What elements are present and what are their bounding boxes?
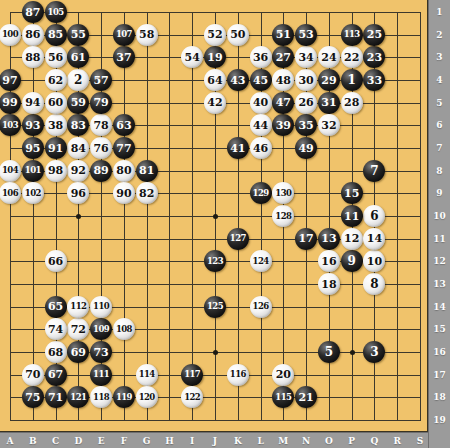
stone-24-white: 24 xyxy=(318,46,340,68)
move-number: 40 xyxy=(253,97,268,108)
stone-96-white: 96 xyxy=(67,182,89,204)
stone-29-black: 29 xyxy=(318,69,340,91)
row-labels-bar: 12345678910111213141516171819 xyxy=(428,0,450,448)
stone-34-white: 34 xyxy=(295,46,317,68)
stone-66-white: 66 xyxy=(45,250,67,272)
column-label-O: O xyxy=(322,436,336,446)
row-label-12: 12 xyxy=(429,256,450,266)
move-number: 86 xyxy=(25,29,40,40)
stone-108-white: 108 xyxy=(113,318,135,340)
move-number: 51 xyxy=(276,29,291,40)
stone-105-black: 105 xyxy=(45,1,67,23)
move-number: 48 xyxy=(276,74,291,85)
move-number: 90 xyxy=(116,187,131,198)
grid-line-vertical xyxy=(420,12,421,421)
stone-56-white: 56 xyxy=(45,46,67,68)
move-number: 41 xyxy=(230,142,245,153)
move-number: 78 xyxy=(93,119,108,130)
stone-113-black: 113 xyxy=(341,24,363,46)
move-number: 64 xyxy=(207,74,222,85)
stone-95-black: 95 xyxy=(22,137,44,159)
move-number: 45 xyxy=(253,74,268,85)
stone-118-white: 118 xyxy=(90,386,112,408)
grid-line-horizontal xyxy=(10,375,421,376)
stone-65-black: 65 xyxy=(45,296,67,318)
move-number: 117 xyxy=(184,370,200,379)
stone-114-white: 114 xyxy=(136,364,158,386)
stone-69-black: 69 xyxy=(67,341,89,363)
move-number: 118 xyxy=(93,393,109,402)
column-label-N: N xyxy=(299,436,313,446)
move-number: 88 xyxy=(25,51,40,62)
move-number: 111 xyxy=(93,370,109,379)
move-number: 42 xyxy=(207,97,222,108)
go-board[interactable]: 1235678910111213141516171819202122232425… xyxy=(0,0,428,432)
move-number: 37 xyxy=(116,51,131,62)
stone-115-black: 115 xyxy=(272,386,294,408)
stone-16-white: 16 xyxy=(318,250,340,272)
move-number: 5 xyxy=(325,346,333,358)
stone-61-black: 61 xyxy=(67,46,89,68)
move-number: 100 xyxy=(2,30,18,39)
move-number: 32 xyxy=(321,119,336,130)
move-number: 19 xyxy=(207,51,222,62)
stone-68-white: 68 xyxy=(45,341,67,363)
move-number: 59 xyxy=(71,97,86,108)
stone-106-white: 106 xyxy=(0,182,21,204)
move-number: 9 xyxy=(348,255,356,267)
move-number: 14 xyxy=(367,233,382,244)
row-label-13: 13 xyxy=(429,279,450,289)
stone-42-white: 42 xyxy=(204,92,226,114)
move-number: 33 xyxy=(367,74,382,85)
move-number: 71 xyxy=(48,391,63,402)
star-point-J16 xyxy=(213,350,218,355)
stone-36-white: 36 xyxy=(250,46,272,68)
stone-67-black: 67 xyxy=(45,364,67,386)
move-number: 77 xyxy=(116,142,131,153)
move-number: 21 xyxy=(298,391,313,402)
stone-103-black: 103 xyxy=(0,114,21,136)
stone-50-white: 50 xyxy=(227,24,249,46)
move-number: 68 xyxy=(48,346,63,357)
move-number: 106 xyxy=(2,189,18,198)
move-number: 96 xyxy=(71,187,86,198)
stone-120-white: 120 xyxy=(136,386,158,408)
row-label-4: 4 xyxy=(429,75,450,85)
move-number: 1 xyxy=(348,74,356,86)
stone-30-white: 30 xyxy=(295,69,317,91)
move-number: 44 xyxy=(253,119,268,130)
stone-45-black: 45 xyxy=(250,69,272,91)
column-label-G: G xyxy=(140,436,154,446)
move-number: 80 xyxy=(116,165,131,176)
row-label-7: 7 xyxy=(429,143,450,153)
stone-89-black: 89 xyxy=(90,160,112,182)
move-number: 105 xyxy=(48,7,64,16)
move-number: 12 xyxy=(344,233,359,244)
move-number: 54 xyxy=(185,51,200,62)
move-number: 13 xyxy=(321,233,336,244)
move-number: 3 xyxy=(370,346,378,358)
stone-47-black: 47 xyxy=(272,92,294,114)
move-number: 129 xyxy=(253,189,269,198)
stone-43-black: 43 xyxy=(227,69,249,91)
stone-48-white: 48 xyxy=(272,69,294,91)
stone-97-black: 97 xyxy=(0,69,21,91)
stone-17-black: 17 xyxy=(295,228,317,250)
move-number: 95 xyxy=(25,142,40,153)
stone-2-white: 2 xyxy=(67,69,89,91)
stone-11-black: 11 xyxy=(341,205,363,227)
move-number: 52 xyxy=(207,29,222,40)
move-number: 27 xyxy=(276,51,291,62)
stone-7-black: 7 xyxy=(363,160,385,182)
stone-62-white: 62 xyxy=(45,69,67,91)
move-number: 20 xyxy=(276,369,291,380)
stone-93-black: 93 xyxy=(22,114,44,136)
column-label-A: A xyxy=(3,436,17,446)
stone-40-white: 40 xyxy=(250,92,272,114)
stone-78-white: 78 xyxy=(90,114,112,136)
stone-31-black: 31 xyxy=(318,92,340,114)
move-number: 73 xyxy=(93,346,108,357)
move-number: 7 xyxy=(370,164,378,176)
stone-94-white: 94 xyxy=(22,92,44,114)
grid-line-horizontal xyxy=(10,284,421,285)
column-label-H: H xyxy=(162,436,176,446)
move-number: 65 xyxy=(48,301,63,312)
stone-10-white: 10 xyxy=(363,250,385,272)
move-number: 119 xyxy=(116,393,132,402)
row-label-1: 1 xyxy=(429,7,450,17)
move-number: 107 xyxy=(116,30,132,39)
stone-122-white: 122 xyxy=(181,386,203,408)
stone-73-black: 73 xyxy=(90,341,112,363)
move-number: 18 xyxy=(321,278,336,289)
row-label-9: 9 xyxy=(429,188,450,198)
stone-102-white: 102 xyxy=(22,182,44,204)
stone-32-white: 32 xyxy=(318,114,340,136)
stone-12-white: 12 xyxy=(341,228,363,250)
go-diagram-screen: 1235678910111213141516171819202122232425… xyxy=(0,0,450,448)
move-number: 58 xyxy=(139,29,154,40)
column-label-R: R xyxy=(390,436,404,446)
stone-21-black: 21 xyxy=(295,386,317,408)
stone-90-white: 90 xyxy=(113,182,135,204)
move-number: 74 xyxy=(48,323,63,334)
move-number: 15 xyxy=(344,187,359,198)
stone-44-white: 44 xyxy=(250,114,272,136)
stone-112-white: 112 xyxy=(67,296,89,318)
move-number: 108 xyxy=(116,325,132,334)
move-number: 50 xyxy=(230,29,245,40)
move-number: 109 xyxy=(93,325,109,334)
column-label-Q: Q xyxy=(367,436,381,446)
stone-129-black: 129 xyxy=(250,182,272,204)
move-number: 115 xyxy=(275,393,291,402)
stone-15-black: 15 xyxy=(341,182,363,204)
stone-28-white: 28 xyxy=(341,92,363,114)
stone-63-black: 63 xyxy=(113,114,135,136)
stone-13-black: 13 xyxy=(318,228,340,250)
stone-53-black: 53 xyxy=(295,24,317,46)
move-number: 93 xyxy=(25,119,40,130)
move-number: 31 xyxy=(321,97,336,108)
move-number: 6 xyxy=(370,210,378,222)
move-number: 8 xyxy=(370,278,378,290)
stone-5-black: 5 xyxy=(318,341,340,363)
row-label-5: 5 xyxy=(429,98,450,108)
stone-81-black: 81 xyxy=(136,160,158,182)
star-point-P16 xyxy=(350,350,355,355)
move-number: 81 xyxy=(139,165,154,176)
row-label-14: 14 xyxy=(429,302,450,312)
stone-119-black: 119 xyxy=(113,386,135,408)
row-label-2: 2 xyxy=(429,30,450,40)
move-number: 85 xyxy=(48,29,63,40)
row-label-16: 16 xyxy=(429,347,450,357)
move-number: 17 xyxy=(298,233,313,244)
stone-109-black: 109 xyxy=(90,318,112,340)
column-label-J: J xyxy=(208,436,222,446)
stone-20-white: 20 xyxy=(272,364,294,386)
column-label-M: M xyxy=(276,436,290,446)
move-number: 63 xyxy=(116,119,131,130)
move-number: 127 xyxy=(230,234,246,243)
stone-23-black: 23 xyxy=(363,46,385,68)
stone-91-black: 91 xyxy=(45,137,67,159)
move-number: 30 xyxy=(298,74,313,85)
move-number: 35 xyxy=(298,119,313,130)
move-number: 38 xyxy=(48,119,63,130)
row-label-6: 6 xyxy=(429,120,450,130)
move-number: 92 xyxy=(71,165,86,176)
move-number: 130 xyxy=(275,189,291,198)
stone-22-white: 22 xyxy=(341,46,363,68)
stone-104-white: 104 xyxy=(0,160,21,182)
stone-52-white: 52 xyxy=(204,24,226,46)
move-number: 69 xyxy=(71,346,86,357)
stone-1-black: 1 xyxy=(341,69,363,91)
stone-18-white: 18 xyxy=(318,273,340,295)
stone-80-white: 80 xyxy=(113,160,135,182)
stone-79-black: 79 xyxy=(90,92,112,114)
move-number: 39 xyxy=(276,119,291,130)
move-number: 36 xyxy=(253,51,268,62)
move-number: 25 xyxy=(367,29,382,40)
stone-19-black: 19 xyxy=(204,46,226,68)
move-number: 66 xyxy=(48,255,63,266)
stone-9-black: 9 xyxy=(341,250,363,272)
move-number: 126 xyxy=(253,302,269,311)
stone-75-black: 75 xyxy=(22,386,44,408)
stone-116-white: 116 xyxy=(227,364,249,386)
move-number: 53 xyxy=(298,29,313,40)
move-number: 57 xyxy=(93,74,108,85)
column-label-S: S xyxy=(413,436,427,446)
move-number: 28 xyxy=(344,97,359,108)
move-number: 112 xyxy=(70,302,86,311)
stone-121-black: 121 xyxy=(67,386,89,408)
stone-85-black: 85 xyxy=(45,24,67,46)
stone-46-white: 46 xyxy=(250,137,272,159)
move-number: 70 xyxy=(25,369,40,380)
grid-line-vertical xyxy=(397,12,398,421)
stone-98-white: 98 xyxy=(45,160,67,182)
stone-3-black: 3 xyxy=(363,341,385,363)
stone-35-black: 35 xyxy=(295,114,317,136)
move-number: 56 xyxy=(48,51,63,62)
stone-110-white: 110 xyxy=(90,296,112,318)
move-number: 110 xyxy=(93,302,109,311)
stone-87-black: 87 xyxy=(22,1,44,23)
stone-100-white: 100 xyxy=(0,24,21,46)
stone-111-black: 111 xyxy=(90,364,112,386)
move-number: 101 xyxy=(25,166,41,175)
move-number: 120 xyxy=(139,393,155,402)
stone-76-white: 76 xyxy=(90,137,112,159)
stone-8-white: 8 xyxy=(363,273,385,295)
row-label-17: 17 xyxy=(429,370,450,380)
stone-126-white: 126 xyxy=(250,296,272,318)
row-label-19: 19 xyxy=(429,415,450,425)
star-point-D10 xyxy=(76,214,81,219)
move-number: 122 xyxy=(184,393,200,402)
move-number: 61 xyxy=(71,51,86,62)
stone-74-white: 74 xyxy=(45,318,67,340)
stone-128-white: 128 xyxy=(272,205,294,227)
stone-117-black: 117 xyxy=(181,364,203,386)
stone-83-black: 83 xyxy=(67,114,89,136)
move-number: 103 xyxy=(2,121,18,130)
stone-64-white: 64 xyxy=(204,69,226,91)
move-number: 16 xyxy=(321,255,336,266)
move-number: 47 xyxy=(276,97,291,108)
stone-127-black: 127 xyxy=(227,228,249,250)
move-number: 26 xyxy=(298,97,313,108)
stone-6-white: 6 xyxy=(363,205,385,227)
row-label-11: 11 xyxy=(429,234,450,244)
move-number: 84 xyxy=(71,142,86,153)
move-number: 76 xyxy=(93,142,108,153)
stone-101-black: 101 xyxy=(22,160,44,182)
move-number: 29 xyxy=(321,74,336,85)
star-point-J10 xyxy=(213,214,218,219)
stone-54-white: 54 xyxy=(181,46,203,68)
grid-line-horizontal xyxy=(10,420,421,421)
move-number: 75 xyxy=(25,391,40,402)
stone-38-white: 38 xyxy=(45,114,67,136)
move-number: 22 xyxy=(344,51,359,62)
move-number: 121 xyxy=(70,393,86,402)
stone-14-white: 14 xyxy=(363,228,385,250)
move-number: 98 xyxy=(48,165,63,176)
stone-26-white: 26 xyxy=(295,92,317,114)
row-label-18: 18 xyxy=(429,392,450,402)
move-number: 24 xyxy=(321,51,336,62)
stone-27-black: 27 xyxy=(272,46,294,68)
column-label-D: D xyxy=(71,436,85,446)
move-number: 10 xyxy=(367,255,382,266)
move-number: 82 xyxy=(139,187,154,198)
stone-88-white: 88 xyxy=(22,46,44,68)
column-labels-bar: ABCDEFGHIJKLMNOPQRS xyxy=(0,432,450,448)
move-number: 91 xyxy=(48,142,63,153)
stone-59-black: 59 xyxy=(67,92,89,114)
stone-71-black: 71 xyxy=(45,386,67,408)
stone-82-white: 82 xyxy=(136,182,158,204)
move-number: 79 xyxy=(93,97,108,108)
stone-84-white: 84 xyxy=(67,137,89,159)
stone-39-black: 39 xyxy=(272,114,294,136)
move-number: 116 xyxy=(230,370,246,379)
stone-72-white: 72 xyxy=(67,318,89,340)
column-label-F: F xyxy=(117,436,131,446)
move-number: 46 xyxy=(253,142,268,153)
column-label-P: P xyxy=(345,436,359,446)
column-label-E: E xyxy=(94,436,108,446)
move-number: 94 xyxy=(25,97,40,108)
move-number: 72 xyxy=(71,323,86,334)
move-number: 83 xyxy=(71,119,86,130)
move-number: 124 xyxy=(253,257,269,266)
move-number: 23 xyxy=(367,51,382,62)
row-label-8: 8 xyxy=(429,166,450,176)
row-label-3: 3 xyxy=(429,52,450,62)
stone-107-black: 107 xyxy=(113,24,135,46)
stone-58-white: 58 xyxy=(136,24,158,46)
column-label-I: I xyxy=(185,436,199,446)
stone-77-black: 77 xyxy=(113,137,135,159)
move-number: 87 xyxy=(25,6,40,17)
move-number: 89 xyxy=(93,165,108,176)
stone-51-black: 51 xyxy=(272,24,294,46)
move-number: 113 xyxy=(344,30,360,39)
move-number: 49 xyxy=(298,142,313,153)
move-number: 102 xyxy=(25,189,41,198)
stone-41-black: 41 xyxy=(227,137,249,159)
stone-123-black: 123 xyxy=(204,250,226,272)
move-number: 97 xyxy=(2,74,17,85)
stone-57-black: 57 xyxy=(90,69,112,91)
move-number: 128 xyxy=(275,211,291,220)
column-label-B: B xyxy=(26,436,40,446)
row-label-10: 10 xyxy=(429,211,450,221)
move-number: 43 xyxy=(230,74,245,85)
stone-124-white: 124 xyxy=(250,250,272,272)
column-label-L: L xyxy=(254,436,268,446)
stone-92-white: 92 xyxy=(67,160,89,182)
stone-99-black: 99 xyxy=(0,92,21,114)
column-label-C: C xyxy=(49,436,63,446)
stone-130-white: 130 xyxy=(272,182,294,204)
move-number: 60 xyxy=(48,97,63,108)
move-number: 55 xyxy=(71,29,86,40)
stone-70-white: 70 xyxy=(22,364,44,386)
stone-49-black: 49 xyxy=(295,137,317,159)
move-number: 125 xyxy=(207,302,223,311)
stone-60-white: 60 xyxy=(45,92,67,114)
move-number: 123 xyxy=(207,257,223,266)
stone-86-white: 86 xyxy=(22,24,44,46)
stone-37-black: 37 xyxy=(113,46,135,68)
move-number: 34 xyxy=(298,51,313,62)
stone-55-black: 55 xyxy=(67,24,89,46)
move-number: 62 xyxy=(48,74,63,85)
stone-25-black: 25 xyxy=(363,24,385,46)
move-number: 11 xyxy=(344,210,359,221)
